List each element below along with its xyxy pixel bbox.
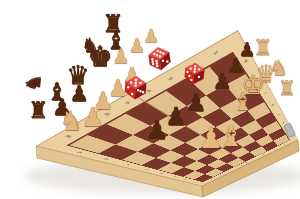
pieces-layer: ♜♟♝♞♟♟♜♟♚♟♞♛♟♛♞♟♚♜♟♝♟♟♝♟♟♜♟♟♞♟♝♟	[0, 0, 300, 199]
dark-pawn[interactable]: ♟	[145, 117, 168, 143]
red-die[interactable]	[124, 74, 148, 100]
chess-set-photo: { "game": "chess", "scene_title": "Woode…	[0, 0, 300, 199]
light-rook[interactable]: ♜	[278, 78, 296, 98]
red-die[interactable]	[147, 44, 173, 72]
light-knight[interactable]: ♞	[59, 107, 83, 134]
light-pawn[interactable]: ♟	[81, 104, 104, 130]
dark-pawn[interactable]: ♟	[185, 91, 207, 115]
light-pawn[interactable]: ♟	[128, 36, 145, 55]
light-pawn[interactable]: ♟	[198, 125, 223, 153]
dark-knight[interactable]: ♞	[22, 73, 43, 93]
light-bishop[interactable]: ♝	[232, 90, 254, 114]
dark-king[interactable]: ♚	[87, 43, 112, 71]
dark-rook[interactable]: ♜	[28, 99, 49, 122]
dark-pawn[interactable]: ♟	[212, 71, 232, 93]
red-die[interactable]	[182, 60, 205, 85]
